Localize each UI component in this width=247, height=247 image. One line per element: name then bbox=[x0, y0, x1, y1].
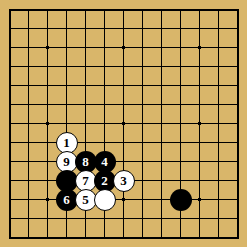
grid-line-vertical bbox=[9, 152, 11, 171]
board-intersection[interactable] bbox=[76, 209, 95, 228]
board-intersection[interactable] bbox=[114, 152, 133, 171]
star-point bbox=[46, 122, 50, 126]
star-point bbox=[122, 198, 126, 202]
board-intersection[interactable] bbox=[152, 0, 171, 19]
board-intersection[interactable] bbox=[38, 171, 57, 190]
board-intersection[interactable] bbox=[133, 133, 152, 152]
grid-line-vertical bbox=[9, 133, 11, 152]
board-intersection[interactable] bbox=[57, 171, 76, 190]
board-intersection[interactable] bbox=[171, 95, 190, 114]
grid-line-vertical bbox=[161, 209, 162, 228]
board-intersection[interactable] bbox=[228, 95, 247, 114]
grid-line-vertical bbox=[161, 228, 162, 239]
board-intersection[interactable] bbox=[114, 133, 133, 152]
board-intersection[interactable] bbox=[133, 38, 152, 57]
move-number: 3 bbox=[120, 174, 127, 187]
grid-line-vertical bbox=[9, 209, 11, 228]
board-intersection[interactable] bbox=[19, 114, 38, 133]
board-intersection[interactable] bbox=[114, 19, 133, 38]
board-intersection[interactable] bbox=[190, 57, 209, 76]
grid-line-vertical bbox=[199, 152, 200, 171]
board-intersection[interactable] bbox=[209, 38, 228, 57]
grid-line-vertical bbox=[237, 133, 239, 152]
grid-line-vertical bbox=[218, 171, 219, 190]
grid-line-vertical bbox=[28, 114, 29, 133]
grid-line-vertical bbox=[161, 114, 162, 133]
board-intersection[interactable] bbox=[95, 0, 114, 19]
grid-line-vertical bbox=[237, 9, 239, 20]
board-intersection[interactable] bbox=[190, 190, 209, 209]
grid-line-vertical bbox=[199, 19, 200, 38]
board-intersection[interactable] bbox=[0, 133, 19, 152]
board-intersection[interactable] bbox=[95, 38, 114, 57]
grid-line-vertical bbox=[47, 171, 48, 190]
board-intersection[interactable] bbox=[57, 95, 76, 114]
board-intersection[interactable] bbox=[228, 57, 247, 76]
board-intersection[interactable] bbox=[152, 133, 171, 152]
board-intersection[interactable]: 8 bbox=[76, 152, 95, 171]
board-intersection[interactable] bbox=[209, 152, 228, 171]
grid-line-vertical bbox=[47, 209, 48, 228]
board-intersection[interactable] bbox=[0, 114, 19, 133]
board-intersection[interactable] bbox=[152, 190, 171, 209]
board-intersection[interactable] bbox=[190, 133, 209, 152]
grid-line-vertical bbox=[199, 57, 200, 76]
board-intersection[interactable] bbox=[76, 95, 95, 114]
grid-line-vertical bbox=[142, 190, 143, 209]
grid-line-vertical bbox=[161, 9, 162, 20]
board-intersection[interactable] bbox=[38, 19, 57, 38]
board-intersection[interactable] bbox=[76, 19, 95, 38]
grid-line-vertical bbox=[123, 57, 124, 76]
star-point bbox=[198, 198, 202, 202]
board-intersection[interactable] bbox=[133, 209, 152, 228]
board-intersection[interactable] bbox=[114, 114, 133, 133]
board-intersection[interactable] bbox=[19, 95, 38, 114]
board-intersection[interactable] bbox=[228, 114, 247, 133]
move-number: 8 bbox=[82, 155, 89, 168]
board-intersection[interactable]: 6 bbox=[57, 190, 76, 209]
grid-line-vertical bbox=[123, 76, 124, 95]
grid-line-vertical bbox=[104, 95, 105, 114]
grid-line-vertical bbox=[218, 190, 219, 209]
grid-line-vertical bbox=[180, 19, 181, 38]
grid-line-vertical bbox=[66, 228, 67, 239]
star-point bbox=[46, 198, 50, 202]
grid-line-vertical bbox=[9, 38, 11, 57]
board-intersection[interactable] bbox=[114, 209, 133, 228]
board-intersection[interactable] bbox=[171, 190, 190, 209]
grid-line-vertical bbox=[142, 19, 143, 38]
grid-line-vertical bbox=[180, 38, 181, 57]
board-intersection[interactable] bbox=[38, 95, 57, 114]
board-intersection[interactable] bbox=[228, 133, 247, 152]
move-number: 6 bbox=[63, 193, 70, 206]
grid-line-vertical bbox=[104, 38, 105, 57]
grid-line-vertical bbox=[142, 209, 143, 228]
board-intersection[interactable] bbox=[152, 57, 171, 76]
board-intersection[interactable] bbox=[190, 0, 209, 19]
grid-line-vertical bbox=[199, 228, 200, 239]
board-intersection[interactable] bbox=[209, 57, 228, 76]
board-intersection[interactable]: 1 bbox=[57, 133, 76, 152]
board-intersection[interactable] bbox=[133, 114, 152, 133]
grid-line-vertical bbox=[104, 57, 105, 76]
board-intersection[interactable] bbox=[0, 95, 19, 114]
board-intersection[interactable] bbox=[0, 152, 19, 171]
board-intersection[interactable] bbox=[171, 57, 190, 76]
board-intersection[interactable] bbox=[152, 19, 171, 38]
board-intersection[interactable] bbox=[171, 38, 190, 57]
board-intersection[interactable] bbox=[0, 57, 19, 76]
board-intersection[interactable] bbox=[228, 152, 247, 171]
board-intersection[interactable] bbox=[209, 209, 228, 228]
board-intersection[interactable] bbox=[190, 38, 209, 57]
board-intersection[interactable] bbox=[152, 76, 171, 95]
grid-line-vertical bbox=[28, 190, 29, 209]
grid-line-vertical bbox=[9, 76, 11, 95]
grid-line-vertical bbox=[218, 152, 219, 171]
grid-line-vertical bbox=[28, 209, 29, 228]
white-stone bbox=[94, 189, 116, 211]
board-intersection[interactable] bbox=[228, 171, 247, 190]
grid-line-vertical bbox=[66, 95, 67, 114]
board-intersection[interactable] bbox=[228, 19, 247, 38]
grid-line-vertical bbox=[161, 171, 162, 190]
grid-line-vertical bbox=[180, 9, 181, 20]
grid-line-vertical bbox=[142, 95, 143, 114]
board-intersection[interactable] bbox=[228, 228, 247, 247]
board-intersection[interactable] bbox=[38, 57, 57, 76]
grid-line-vertical bbox=[161, 38, 162, 57]
board-intersection[interactable] bbox=[19, 57, 38, 76]
board-intersection[interactable] bbox=[76, 38, 95, 57]
board-intersection[interactable] bbox=[152, 171, 171, 190]
move-number: 5 bbox=[82, 193, 89, 206]
board-intersection[interactable] bbox=[190, 209, 209, 228]
grid-line-vertical bbox=[28, 38, 29, 57]
go-diagram: 198472365 bbox=[0, 0, 247, 247]
board-intersection[interactable] bbox=[95, 228, 114, 247]
board-intersection[interactable] bbox=[209, 76, 228, 95]
board-intersection[interactable] bbox=[19, 171, 38, 190]
grid-line-vertical bbox=[85, 9, 86, 20]
board-intersection[interactable] bbox=[228, 190, 247, 209]
white-stone: 3 bbox=[113, 170, 135, 192]
move-number: 7 bbox=[82, 174, 89, 187]
grid-line-vertical bbox=[123, 133, 124, 152]
board-intersection[interactable] bbox=[38, 133, 57, 152]
go-board: 198472365 bbox=[0, 0, 247, 247]
board-intersection[interactable] bbox=[95, 209, 114, 228]
board-intersection[interactable] bbox=[38, 38, 57, 57]
board-intersection[interactable] bbox=[38, 76, 57, 95]
grid-line-vertical bbox=[85, 133, 86, 152]
grid-line-vertical bbox=[218, 209, 219, 228]
grid-line-vertical bbox=[47, 57, 48, 76]
grid-line-vertical bbox=[123, 9, 124, 20]
black-stone bbox=[170, 189, 192, 211]
board-intersection[interactable] bbox=[133, 171, 152, 190]
board-intersection[interactable] bbox=[133, 190, 152, 209]
grid-line-vertical bbox=[123, 152, 124, 171]
board-intersection[interactable] bbox=[0, 76, 19, 95]
board-intersection[interactable] bbox=[133, 76, 152, 95]
grid-line-vertical bbox=[142, 133, 143, 152]
grid-line-vertical bbox=[161, 19, 162, 38]
board-intersection[interactable] bbox=[171, 152, 190, 171]
board-intersection[interactable] bbox=[57, 114, 76, 133]
grid-line-vertical bbox=[123, 228, 124, 239]
board-intersection[interactable] bbox=[19, 38, 38, 57]
board-intersection[interactable] bbox=[57, 0, 76, 19]
grid-line-vertical bbox=[85, 228, 86, 239]
board-intersection[interactable] bbox=[38, 114, 57, 133]
grid-line-vertical bbox=[9, 9, 11, 20]
board-intersection[interactable] bbox=[76, 133, 95, 152]
board-intersection[interactable] bbox=[76, 114, 95, 133]
grid-line-vertical bbox=[66, 114, 67, 133]
board-intersection[interactable] bbox=[228, 0, 247, 19]
board-intersection[interactable] bbox=[171, 228, 190, 247]
board-intersection[interactable]: 4 bbox=[95, 152, 114, 171]
grid-line-vertical bbox=[142, 228, 143, 239]
board-intersection[interactable] bbox=[133, 95, 152, 114]
grid-line-vertical bbox=[180, 171, 181, 190]
grid-line-vertical bbox=[161, 152, 162, 171]
grid-line-vertical bbox=[66, 38, 67, 57]
board-intersection[interactable] bbox=[19, 133, 38, 152]
board-intersection[interactable] bbox=[76, 228, 95, 247]
grid-line-vertical bbox=[28, 152, 29, 171]
board-intersection[interactable] bbox=[57, 76, 76, 95]
board-intersection[interactable] bbox=[114, 76, 133, 95]
grid-line-vertical bbox=[161, 133, 162, 152]
board-intersection[interactable] bbox=[95, 190, 114, 209]
board-intersection[interactable] bbox=[57, 209, 76, 228]
board-intersection[interactable] bbox=[19, 209, 38, 228]
board-intersection[interactable] bbox=[0, 171, 19, 190]
board-intersection[interactable] bbox=[209, 0, 228, 19]
grid-line-vertical bbox=[180, 76, 181, 95]
grid-line-vertical bbox=[237, 57, 239, 76]
grid-line-vertical bbox=[142, 9, 143, 20]
grid-line-vertical bbox=[142, 114, 143, 133]
board-intersection[interactable] bbox=[209, 228, 228, 247]
board-intersection[interactable] bbox=[0, 38, 19, 57]
grid-line-vertical bbox=[47, 228, 48, 239]
board-intersection[interactable] bbox=[57, 228, 76, 247]
grid-line-vertical bbox=[180, 57, 181, 76]
board-intersection[interactable] bbox=[209, 190, 228, 209]
board-intersection[interactable] bbox=[19, 0, 38, 19]
grid-line-vertical bbox=[85, 114, 86, 133]
grid-line-vertical bbox=[180, 114, 181, 133]
board-intersection[interactable] bbox=[114, 190, 133, 209]
board-intersection[interactable] bbox=[209, 95, 228, 114]
board-intersection[interactable] bbox=[57, 57, 76, 76]
board-intersection[interactable] bbox=[190, 95, 209, 114]
board-intersection[interactable] bbox=[95, 76, 114, 95]
board-intersection[interactable] bbox=[114, 38, 133, 57]
board-intersection[interactable] bbox=[209, 114, 228, 133]
grid-line-vertical bbox=[85, 57, 86, 76]
grid-line-vertical bbox=[237, 76, 239, 95]
board-intersection[interactable] bbox=[209, 171, 228, 190]
grid-line-vertical bbox=[237, 95, 239, 114]
board-intersection[interactable] bbox=[152, 228, 171, 247]
grid-line-vertical bbox=[28, 171, 29, 190]
board-intersection[interactable] bbox=[38, 228, 57, 247]
grid-line-vertical bbox=[237, 171, 239, 190]
grid-line-vertical bbox=[218, 114, 219, 133]
star-point bbox=[122, 46, 126, 50]
move-number: 1 bbox=[63, 136, 70, 149]
board-intersection[interactable] bbox=[190, 228, 209, 247]
board-intersection[interactable] bbox=[190, 114, 209, 133]
board-intersection[interactable] bbox=[57, 38, 76, 57]
grid-line-vertical bbox=[9, 228, 11, 239]
board-intersection[interactable] bbox=[0, 0, 19, 19]
board-intersection[interactable] bbox=[0, 209, 19, 228]
board-intersection[interactable] bbox=[19, 190, 38, 209]
grid-line-vertical bbox=[123, 19, 124, 38]
grid-line-vertical bbox=[142, 76, 143, 95]
grid-line-vertical bbox=[85, 38, 86, 57]
board-intersection[interactable] bbox=[95, 57, 114, 76]
board-intersection[interactable]: 5 bbox=[76, 190, 95, 209]
board-intersection[interactable] bbox=[38, 190, 57, 209]
board-intersection[interactable] bbox=[190, 171, 209, 190]
grid-line-vertical bbox=[9, 19, 11, 38]
grid-line-vertical bbox=[9, 171, 11, 190]
board-intersection[interactable] bbox=[57, 19, 76, 38]
board-intersection[interactable] bbox=[38, 209, 57, 228]
grid-line-vertical bbox=[237, 152, 239, 171]
board-intersection[interactable] bbox=[133, 228, 152, 247]
grid-line-vertical bbox=[199, 76, 200, 95]
grid-line-vertical bbox=[28, 19, 29, 38]
grid-line-vertical bbox=[85, 19, 86, 38]
board-intersection[interactable] bbox=[19, 76, 38, 95]
board-intersection[interactable] bbox=[0, 190, 19, 209]
grid-line-vertical bbox=[199, 171, 200, 190]
board-intersection[interactable] bbox=[19, 19, 38, 38]
board-intersection[interactable] bbox=[19, 228, 38, 247]
grid-line-vertical bbox=[9, 114, 11, 133]
grid-line-vertical bbox=[47, 152, 48, 171]
board-intersection[interactable]: 9 bbox=[57, 152, 76, 171]
grid-line-vertical bbox=[218, 95, 219, 114]
board-intersection[interactable]: 3 bbox=[114, 171, 133, 190]
grid-line-vertical bbox=[161, 95, 162, 114]
board-intersection[interactable] bbox=[95, 114, 114, 133]
grid-line-vertical bbox=[85, 76, 86, 95]
grid-line-vertical bbox=[104, 19, 105, 38]
grid-line-vertical bbox=[218, 228, 219, 239]
board-intersection[interactable] bbox=[209, 133, 228, 152]
board-intersection[interactable] bbox=[228, 209, 247, 228]
star-point bbox=[122, 122, 126, 126]
grid-line-vertical bbox=[180, 133, 181, 152]
board-intersection[interactable] bbox=[76, 57, 95, 76]
board-intersection[interactable] bbox=[171, 114, 190, 133]
board-intersection[interactable] bbox=[152, 209, 171, 228]
grid-line-vertical bbox=[199, 9, 200, 20]
grid-line-vertical bbox=[47, 95, 48, 114]
grid-line-vertical bbox=[66, 19, 67, 38]
grid-line-vertical bbox=[28, 76, 29, 95]
board-intersection[interactable] bbox=[228, 76, 247, 95]
board-intersection[interactable] bbox=[190, 152, 209, 171]
board-intersection[interactable] bbox=[171, 171, 190, 190]
grid-line-vertical bbox=[28, 95, 29, 114]
board-intersection[interactable] bbox=[95, 133, 114, 152]
grid-line-vertical bbox=[237, 209, 239, 228]
board-intersection[interactable] bbox=[76, 0, 95, 19]
grid-line-vertical bbox=[142, 57, 143, 76]
grid-line-vertical bbox=[9, 190, 11, 209]
board-intersection[interactable] bbox=[114, 57, 133, 76]
board-intersection[interactable] bbox=[133, 152, 152, 171]
board-intersection[interactable] bbox=[133, 0, 152, 19]
board-intersection[interactable] bbox=[38, 152, 57, 171]
board-intersection[interactable] bbox=[152, 95, 171, 114]
board-intersection[interactable] bbox=[133, 57, 152, 76]
board-intersection[interactable] bbox=[152, 152, 171, 171]
grid-line-vertical bbox=[237, 228, 239, 239]
board-intersection[interactable] bbox=[0, 19, 19, 38]
board-intersection[interactable] bbox=[114, 95, 133, 114]
board-intersection[interactable] bbox=[190, 76, 209, 95]
board-intersection[interactable] bbox=[38, 0, 57, 19]
board-intersection[interactable] bbox=[209, 19, 228, 38]
board-intersection[interactable] bbox=[171, 0, 190, 19]
grid-line-vertical bbox=[199, 133, 200, 152]
grid-line-vertical bbox=[218, 76, 219, 95]
board-intersection[interactable] bbox=[114, 228, 133, 247]
grid-line-vertical bbox=[66, 76, 67, 95]
board-intersection[interactable] bbox=[171, 133, 190, 152]
board-intersection[interactable] bbox=[133, 19, 152, 38]
grid-line-vertical bbox=[199, 209, 200, 228]
board-intersection[interactable] bbox=[171, 209, 190, 228]
board-intersection[interactable] bbox=[190, 19, 209, 38]
board-intersection[interactable] bbox=[228, 38, 247, 57]
board-intersection[interactable] bbox=[171, 19, 190, 38]
grid-line-vertical bbox=[104, 9, 105, 20]
board-intersection[interactable] bbox=[95, 19, 114, 38]
star-point bbox=[46, 46, 50, 50]
board-intersection[interactable] bbox=[76, 76, 95, 95]
star-point bbox=[198, 46, 202, 50]
grid-line-vertical bbox=[123, 95, 124, 114]
board-intersection[interactable] bbox=[114, 0, 133, 19]
grid-line-vertical bbox=[161, 190, 162, 209]
grid-line-vertical bbox=[218, 57, 219, 76]
board-intersection[interactable] bbox=[0, 228, 19, 247]
grid-line-vertical bbox=[85, 95, 86, 114]
board-intersection[interactable] bbox=[152, 114, 171, 133]
board-intersection[interactable] bbox=[152, 38, 171, 57]
board-intersection[interactable] bbox=[19, 152, 38, 171]
move-number: 4 bbox=[101, 155, 108, 168]
board-intersection[interactable] bbox=[171, 76, 190, 95]
board-intersection[interactable]: 7 bbox=[76, 171, 95, 190]
board-intersection[interactable] bbox=[95, 95, 114, 114]
board-intersection[interactable]: 2 bbox=[95, 171, 114, 190]
grid-line-vertical bbox=[218, 38, 219, 57]
